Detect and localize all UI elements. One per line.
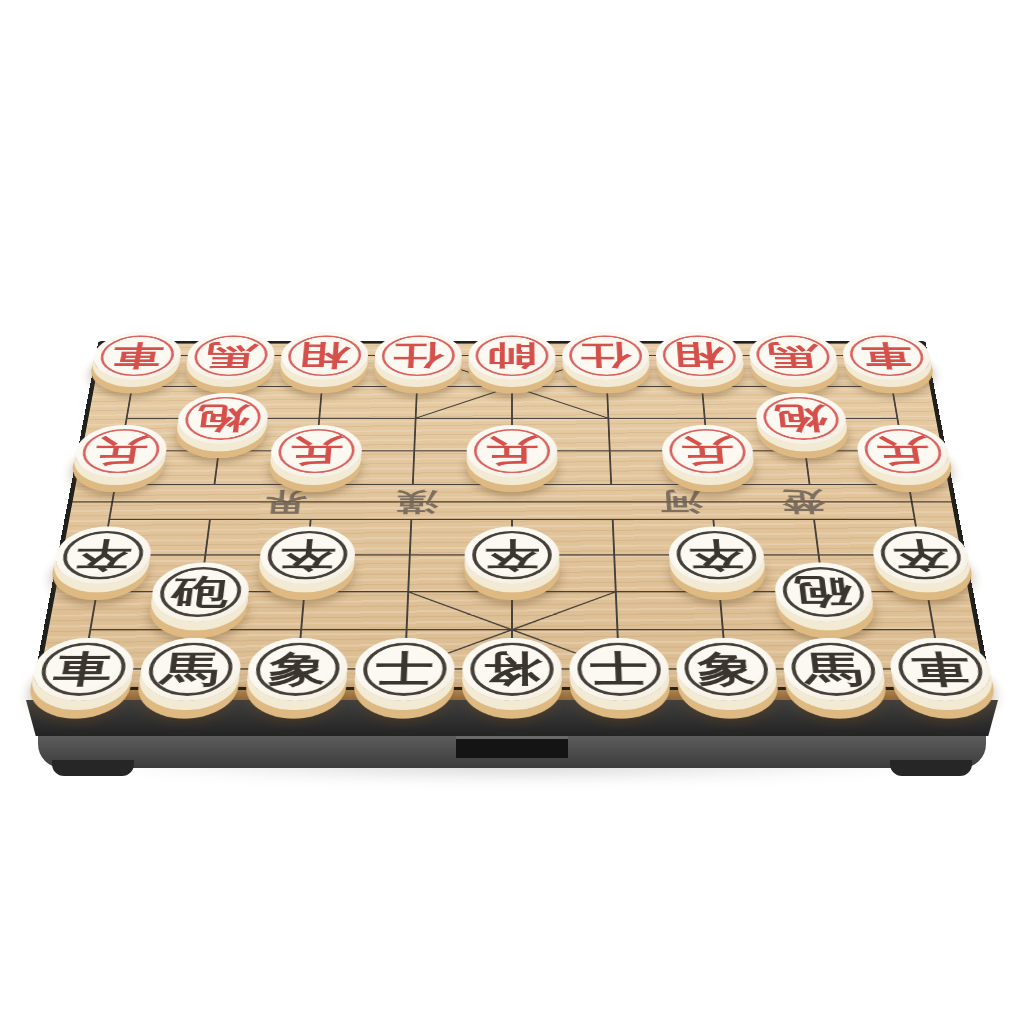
piece-black-soldier[interactable]: 卒 (464, 527, 560, 585)
piece-character: 馬 (766, 342, 820, 370)
piece-character: 兵 (289, 436, 344, 467)
piece-character: 仕 (392, 342, 443, 370)
piece-character: 砲 (170, 575, 230, 609)
piece-black-advisor[interactable]: 士 (353, 638, 455, 701)
piece-character: 仕 (580, 342, 631, 370)
piece-red-advisor[interactable]: 仕 (562, 332, 651, 380)
piece-character: 兵 (874, 436, 932, 467)
piece-character: 卒 (688, 538, 746, 571)
piece-black-general[interactable]: 将 (462, 638, 562, 701)
piece-character: 士 (590, 651, 649, 688)
piece-character: 卒 (73, 538, 134, 571)
piece-character: 兵 (680, 436, 735, 467)
piece-character: 車 (110, 342, 165, 370)
piece-red-soldier[interactable]: 兵 (466, 425, 558, 478)
piece-character: 卒 (891, 538, 952, 571)
piece-character: 将 (483, 651, 541, 688)
piece-character: 馬 (159, 651, 221, 688)
river-character: 河 (659, 487, 705, 517)
river-character: 漢 (395, 487, 440, 517)
piece-character: 炮 (773, 403, 829, 433)
piece-character: 象 (267, 651, 328, 688)
piece-character: 相 (298, 342, 351, 370)
xiangqi-board[interactable]: 界漢河楚 車馬相仕帥仕相馬車炮炮兵兵兵兵兵卒卒卒卒卒砲砲車馬象士将士象馬車 (32, 341, 992, 690)
piece-character: 馬 (802, 651, 864, 688)
piece-black-chariot[interactable]: 車 (886, 638, 996, 701)
piece-character: 兵 (92, 436, 150, 467)
piece-character: 車 (909, 651, 973, 688)
piece-character: 兵 (486, 436, 539, 467)
product-photo-stage: 界漢河楚 車馬相仕帥仕相馬車炮炮兵兵兵兵兵卒卒卒卒卒砲砲車馬象士将士象馬車 (0, 0, 1024, 1024)
piece-red-general[interactable]: 帥 (468, 332, 556, 380)
river-character: 楚 (780, 487, 828, 517)
piece-character: 卒 (279, 538, 337, 571)
piece-character: 卒 (484, 538, 539, 571)
piece-character: 相 (673, 342, 726, 370)
piece-character: 士 (375, 651, 434, 688)
piece-character: 車 (859, 342, 914, 370)
scene: 界漢河楚 車馬相仕帥仕相馬車炮炮兵兵兵兵兵卒卒卒卒卒砲砲車馬象士将士象馬車 (0, 0, 1024, 1024)
board-surface: 界漢河楚 (38, 344, 987, 687)
piece-character: 炮 (195, 403, 251, 433)
piece-character: 象 (696, 651, 757, 688)
piece-character: 砲 (793, 575, 853, 609)
piece-character: 車 (51, 651, 115, 688)
piece-character: 馬 (204, 342, 258, 370)
piece-character: 帥 (487, 342, 538, 370)
river-character: 界 (262, 487, 309, 517)
board-grid: 界漢河楚 (38, 344, 987, 687)
